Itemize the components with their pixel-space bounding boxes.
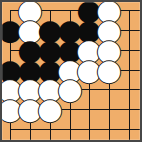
white-stone[interactable]: ● bbox=[98, 59, 120, 81]
white-stone[interactable]: ● bbox=[39, 98, 61, 120]
go-board[interactable]: ●●●●●●●●●●●●●●●●●●●●●●●●●●● bbox=[0, 0, 142, 142]
grid-line-vertical bbox=[129, 10, 130, 142]
grid-line-horizontal bbox=[10, 129, 142, 130]
